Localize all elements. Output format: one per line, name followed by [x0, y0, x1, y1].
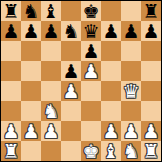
piece-white-pawn[interactable]: ♟ — [142, 121, 159, 141]
square-d8[interactable] — [61, 1, 81, 21]
piece-black-queen[interactable]: ♛ — [82, 21, 99, 41]
square-h5[interactable] — [141, 61, 161, 81]
square-e7[interactable]: ♛ — [81, 21, 101, 41]
square-g1[interactable]: ♞ — [121, 141, 141, 161]
square-b8[interactable]: ♞ — [21, 1, 41, 21]
square-c4[interactable] — [41, 81, 61, 101]
square-d7[interactable]: ♞ — [61, 21, 81, 41]
piece-black-pawn[interactable]: ♟ — [122, 21, 139, 41]
piece-white-pawn[interactable]: ♟ — [62, 81, 79, 101]
square-f4[interactable] — [101, 81, 121, 101]
square-g3[interactable] — [121, 101, 141, 121]
piece-white-pawn[interactable]: ♟ — [102, 121, 119, 141]
piece-white-knight[interactable]: ♞ — [122, 141, 139, 161]
square-g5[interactable] — [121, 61, 141, 81]
square-c3[interactable]: ♞ — [41, 101, 61, 121]
square-a7[interactable]: ♟ — [1, 21, 21, 41]
square-h2[interactable]: ♟ — [141, 121, 161, 141]
piece-black-knight[interactable]: ♞ — [62, 21, 79, 41]
square-e2[interactable] — [81, 121, 101, 141]
square-d4[interactable]: ♟ — [61, 81, 81, 101]
square-g4[interactable]: ♛ — [121, 81, 141, 101]
piece-black-pawn[interactable]: ♟ — [2, 21, 19, 41]
square-c2[interactable]: ♟ — [41, 121, 61, 141]
piece-black-rook[interactable]: ♜ — [142, 1, 159, 21]
piece-white-pawn[interactable]: ♟ — [82, 61, 99, 81]
square-c6[interactable] — [41, 41, 61, 61]
square-b1[interactable] — [21, 141, 41, 161]
square-a3[interactable] — [1, 101, 21, 121]
square-e3[interactable] — [81, 101, 101, 121]
square-d5[interactable]: ♟ — [61, 61, 81, 81]
square-e5[interactable]: ♟ — [81, 61, 101, 81]
piece-black-pawn[interactable]: ♟ — [102, 21, 119, 41]
piece-black-knight[interactable]: ♞ — [22, 1, 39, 21]
piece-white-queen[interactable]: ♛ — [122, 81, 139, 101]
piece-white-pawn[interactable]: ♟ — [2, 121, 19, 141]
square-c8[interactable]: ♝ — [41, 1, 61, 21]
square-e4[interactable] — [81, 81, 101, 101]
piece-black-king[interactable]: ♚ — [82, 1, 99, 21]
square-h6[interactable] — [141, 41, 161, 61]
square-f8[interactable] — [101, 1, 121, 21]
square-b4[interactable] — [21, 81, 41, 101]
piece-black-rook[interactable]: ♜ — [2, 1, 19, 21]
square-e6[interactable]: ♟ — [81, 41, 101, 61]
piece-white-pawn[interactable]: ♟ — [22, 121, 39, 141]
square-g7[interactable]: ♟ — [121, 21, 141, 41]
piece-white-rook[interactable]: ♜ — [142, 141, 159, 161]
piece-black-pawn[interactable]: ♟ — [82, 41, 99, 61]
square-b3[interactable] — [21, 101, 41, 121]
square-e1[interactable]: ♚ — [81, 141, 101, 161]
piece-white-pawn[interactable]: ♟ — [42, 121, 59, 141]
square-g6[interactable] — [121, 41, 141, 61]
square-f3[interactable] — [101, 101, 121, 121]
square-h3[interactable] — [141, 101, 161, 121]
square-d3[interactable] — [61, 101, 81, 121]
square-c7[interactable]: ♟ — [41, 21, 61, 41]
piece-black-pawn[interactable]: ♟ — [142, 21, 159, 41]
square-a6[interactable] — [1, 41, 21, 61]
piece-white-bishop[interactable]: ♝ — [102, 141, 119, 161]
square-f7[interactable]: ♟ — [101, 21, 121, 41]
square-b5[interactable] — [21, 61, 41, 81]
square-h7[interactable]: ♟ — [141, 21, 161, 41]
piece-black-pawn[interactable]: ♟ — [62, 61, 79, 81]
square-d1[interactable] — [61, 141, 81, 161]
square-d6[interactable] — [61, 41, 81, 61]
square-a2[interactable]: ♟ — [1, 121, 21, 141]
piece-black-pawn[interactable]: ♟ — [22, 21, 39, 41]
square-f6[interactable] — [101, 41, 121, 61]
square-d2[interactable] — [61, 121, 81, 141]
board-wrap: ♜♞♝♚♜♟♟♟♞♛♟♟♟♟♟♟♟♛♞♟♟♟♟♟♟♜♚♝♞♜ — [0, 0, 162, 162]
square-a4[interactable] — [1, 81, 21, 101]
square-c1[interactable] — [41, 141, 61, 161]
square-a5[interactable] — [1, 61, 21, 81]
square-a1[interactable]: ♜ — [1, 141, 21, 161]
square-a8[interactable]: ♜ — [1, 1, 21, 21]
square-h1[interactable]: ♜ — [141, 141, 161, 161]
square-b2[interactable]: ♟ — [21, 121, 41, 141]
piece-white-knight[interactable]: ♞ — [42, 101, 59, 121]
square-g8[interactable] — [121, 1, 141, 21]
piece-white-pawn[interactable]: ♟ — [122, 121, 139, 141]
square-c5[interactable] — [41, 61, 61, 81]
square-f2[interactable]: ♟ — [101, 121, 121, 141]
square-h8[interactable]: ♜ — [141, 1, 161, 21]
chess-board: ♜♞♝♚♜♟♟♟♞♛♟♟♟♟♟♟♟♛♞♟♟♟♟♟♟♜♚♝♞♜ — [0, 0, 162, 162]
square-e8[interactable]: ♚ — [81, 1, 101, 21]
square-g2[interactable]: ♟ — [121, 121, 141, 141]
square-f5[interactable] — [101, 61, 121, 81]
square-f1[interactable]: ♝ — [101, 141, 121, 161]
piece-white-king[interactable]: ♚ — [82, 141, 99, 161]
square-b6[interactable] — [21, 41, 41, 61]
square-h4[interactable] — [141, 81, 161, 101]
piece-black-bishop[interactable]: ♝ — [42, 1, 59, 21]
piece-black-pawn[interactable]: ♟ — [42, 21, 59, 41]
piece-white-rook[interactable]: ♜ — [2, 141, 19, 161]
square-b7[interactable]: ♟ — [21, 21, 41, 41]
